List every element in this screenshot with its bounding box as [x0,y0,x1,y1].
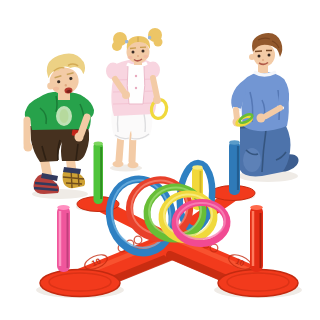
bib-button-1 [135,75,137,77]
peg-red-cap [250,205,262,210]
boy-left-hand-right [75,133,84,142]
girl-pigtail-left-lower [112,41,122,51]
girl-cheek-right [144,55,149,58]
girl-foot-right [128,162,139,168]
girl-hand-right-holding-ring [153,96,161,104]
girl-foot-left [113,161,124,167]
boy-right-jeans [238,126,291,176]
girl-cheek-left [128,56,133,59]
hair-clip-right [148,36,151,39]
girl-bib [127,66,145,104]
girl-eye-left [132,51,135,54]
girl-hand-left-pointing [122,91,130,99]
peg-pink-cap [57,205,69,210]
peg-centre-cap [192,165,202,169]
girl-eye-right [142,50,145,53]
boy-right-eye-right [268,54,271,57]
product-photo: 10 10 [0,0,320,320]
boy-right-nose [262,59,264,61]
girl-pigtail-right-lower [154,38,163,47]
boy-right-hand-right [257,114,266,123]
boy-left-hand-left [24,143,33,152]
peg-green-cap [94,142,103,146]
hair-clip-left [125,40,128,43]
shirt-print-inner [60,109,69,123]
girl-forearm-right [153,78,157,97]
peg-blue-cap [229,140,240,144]
scene-canvas: 10 10 [0,0,320,320]
boy-right-eye-left [258,55,261,58]
girl-nose [137,55,139,57]
bib-button-2 [135,87,137,89]
jeans-knee-highlight [243,148,261,172]
